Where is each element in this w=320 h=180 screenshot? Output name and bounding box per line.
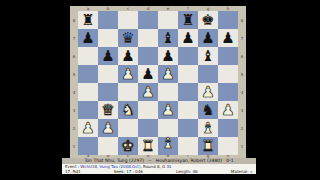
square-a4[interactable] [78, 83, 98, 101]
square-f3[interactable] [178, 101, 198, 119]
white-pawn-e3[interactable]: ♟ [158, 101, 178, 119]
square-g5[interactable] [198, 65, 218, 83]
chess-board[interactable]: ♜♜♚♟♛♝♟♟♟♟♟♟♝♟♟♟♟♟♛♞♟♞♟♟♟♝♚♜♝♜ [78, 11, 238, 155]
square-b2[interactable]: ♟ [98, 119, 118, 137]
square-h3[interactable]: ♟ [218, 101, 238, 119]
square-f5[interactable] [178, 65, 198, 83]
black-pawn-c6[interactable]: ♟ [118, 47, 138, 65]
square-a5[interactable] [78, 65, 98, 83]
square-b5[interactable] [98, 65, 118, 83]
square-g1[interactable]: ♜ [198, 137, 218, 155]
players-separator: -- [148, 158, 151, 163]
square-d8[interactable] [138, 11, 158, 29]
square-g7[interactable]: ♟ [198, 29, 218, 47]
square-f1[interactable] [178, 137, 198, 155]
rank-label-4: 4 [238, 83, 246, 101]
black-pawn-b6[interactable]: ♟ [98, 47, 118, 65]
square-d1[interactable]: ♜ [138, 137, 158, 155]
rank-label-7: 7 [70, 29, 78, 47]
white-pawn-c5[interactable]: ♟ [118, 65, 138, 83]
caption-info-box: Event : WchU18, Vung Tau (2008.Oct), Rou… [62, 164, 256, 174]
square-f4[interactable] [178, 83, 198, 101]
black-rook-f8[interactable]: ♜ [178, 11, 198, 29]
rank-label-3: 3 [70, 101, 78, 119]
white-pawn-g4[interactable]: ♟ [198, 83, 218, 101]
square-c7[interactable]: ♛ [118, 29, 138, 47]
square-a3[interactable] [78, 101, 98, 119]
square-d3[interactable] [138, 101, 158, 119]
square-g8[interactable]: ♚ [198, 11, 218, 29]
player-black: Hovhannisyan, Robert (2480) [156, 158, 222, 163]
white-bishop-e1[interactable]: ♝ [158, 134, 178, 152]
square-g3[interactable]: ♞ [198, 101, 218, 119]
rank-label-8: 8 [238, 11, 246, 29]
black-pawn-e6[interactable]: ♟ [158, 47, 178, 65]
black-pawn-d5[interactable]: ♟ [138, 65, 158, 83]
white-queen-b3[interactable]: ♛ [98, 101, 118, 119]
square-e8[interactable] [158, 11, 178, 29]
square-f6[interactable] [178, 47, 198, 65]
rank-label-3: 3 [238, 101, 246, 119]
white-pawn-e5[interactable]: ♟ [158, 65, 178, 83]
square-h8[interactable] [218, 11, 238, 29]
square-c8[interactable] [118, 11, 138, 29]
square-f7[interactable]: ♟ [178, 29, 198, 47]
chess-board-frame: abcdefgh abcdefgh 87654321 87654321 ♜♜♚♟… [70, 6, 246, 158]
black-queen-c7[interactable]: ♛ [118, 29, 138, 47]
rank-label-1: 1 [238, 137, 246, 155]
black-pawn-f7[interactable]: ♟ [178, 29, 198, 47]
caption-status-line: 17. Rd1 Seek: 17 : 046 Length: 46 Materi… [65, 169, 253, 174]
video-frame: abcdefgh abcdefgh 87654321 87654321 ♜♜♚♟… [0, 0, 320, 180]
black-king-g8[interactable]: ♚ [198, 11, 218, 29]
square-g4[interactable]: ♟ [198, 83, 218, 101]
square-h1[interactable] [218, 137, 238, 155]
square-b7[interactable] [98, 29, 118, 47]
square-g2[interactable]: ♝ [198, 119, 218, 137]
white-king-c1[interactable]: ♚ [118, 137, 138, 155]
current-move: 17. Rd1 [65, 169, 81, 174]
square-e3[interactable]: ♟ [158, 101, 178, 119]
square-h2[interactable] [218, 119, 238, 137]
square-d5[interactable]: ♟ [138, 65, 158, 83]
black-bishop-e7[interactable]: ♝ [158, 29, 178, 47]
square-f2[interactable] [178, 119, 198, 137]
game-result: 0-1 [226, 158, 233, 163]
white-pawn-b2[interactable]: ♟ [98, 119, 118, 137]
square-b1[interactable] [98, 137, 118, 155]
square-e5[interactable]: ♟ [158, 65, 178, 83]
square-a8[interactable]: ♜ [78, 11, 98, 29]
square-c3[interactable]: ♞ [118, 101, 138, 119]
white-rook-g1[interactable]: ♜ [198, 137, 218, 155]
rank-label-2: 2 [238, 119, 246, 137]
rank-label-8: 8 [70, 11, 78, 29]
rank-labels-right: 87654321 [238, 11, 246, 155]
white-bishop-g2[interactable]: ♝ [198, 119, 218, 137]
square-b3[interactable]: ♛ [98, 101, 118, 119]
rank-label-7: 7 [238, 29, 246, 47]
rank-label-6: 6 [70, 47, 78, 65]
square-g6[interactable]: ♝ [198, 47, 218, 65]
square-d4[interactable]: ♟ [138, 83, 158, 101]
square-e4[interactable] [158, 83, 178, 101]
black-pawn-a7[interactable]: ♟ [78, 29, 98, 47]
square-b4[interactable] [98, 83, 118, 101]
square-e6[interactable]: ♟ [158, 47, 178, 65]
square-d2[interactable] [138, 119, 158, 137]
square-f8[interactable]: ♜ [178, 11, 198, 29]
rank-label-4: 4 [70, 83, 78, 101]
white-pawn-d4[interactable]: ♟ [138, 83, 158, 101]
black-knight-g3[interactable]: ♞ [198, 101, 218, 119]
rank-label-6: 6 [238, 47, 246, 65]
seek-indicator: Seek: 17 : 046 [114, 169, 143, 174]
white-pawn-a2[interactable]: ♟ [78, 119, 98, 137]
player-white: Ton That Nhu, Tung (2297) [84, 158, 144, 163]
black-pawn-h7[interactable]: ♟ [218, 29, 238, 47]
square-e7[interactable]: ♝ [158, 29, 178, 47]
square-c6[interactable]: ♟ [118, 47, 138, 65]
square-d6[interactable] [138, 47, 158, 65]
square-b6[interactable]: ♟ [98, 47, 118, 65]
square-c2[interactable] [118, 119, 138, 137]
square-d7[interactable] [138, 29, 158, 47]
square-e1[interactable]: ♝ [158, 137, 178, 155]
square-a2[interactable]: ♟ [78, 119, 98, 137]
white-pawn-h3[interactable]: ♟ [218, 101, 238, 119]
square-h7[interactable]: ♟ [218, 29, 238, 47]
white-rook-d1[interactable]: ♜ [138, 137, 158, 155]
square-a7[interactable]: ♟ [78, 29, 98, 47]
square-a6[interactable] [78, 47, 98, 65]
white-knight-c3[interactable]: ♞ [118, 101, 138, 119]
rank-label-5: 5 [70, 65, 78, 83]
black-pawn-g7[interactable]: ♟ [198, 29, 218, 47]
square-h5[interactable] [218, 65, 238, 83]
material-balance: Material: = [231, 169, 253, 174]
rank-label-5: 5 [238, 65, 246, 83]
square-c1[interactable]: ♚ [118, 137, 138, 155]
square-c4[interactable] [118, 83, 138, 101]
square-h4[interactable] [218, 83, 238, 101]
square-b8[interactable] [98, 11, 118, 29]
black-rook-a8[interactable]: ♜ [78, 11, 98, 29]
square-h6[interactable] [218, 47, 238, 65]
rank-labels-left: 87654321 [70, 11, 78, 155]
square-c5[interactable]: ♟ [118, 65, 138, 83]
rank-label-2: 2 [70, 119, 78, 137]
rank-label-1: 1 [70, 137, 78, 155]
square-a1[interactable] [78, 137, 98, 155]
black-bishop-g6[interactable]: ♝ [198, 47, 218, 65]
game-length: Length: 46 [176, 169, 198, 174]
